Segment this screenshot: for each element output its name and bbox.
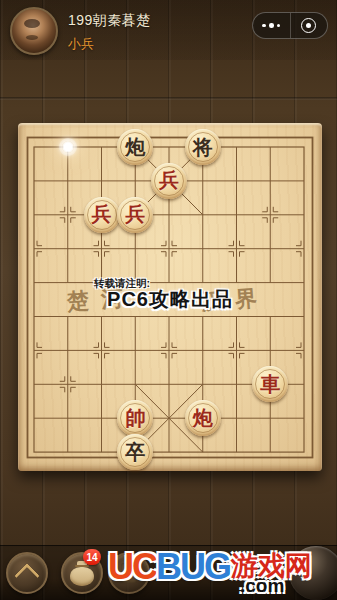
xiangqi-board[interactable]: 楚河 汉界 转载请注明: PC6攻略出品 炮将兵兵兵車帥炮卒 — [18, 123, 322, 471]
wood-seam — [0, 97, 337, 100]
hint-bag-icon — [70, 567, 94, 586]
exit-button[interactable] — [291, 13, 328, 38]
piece-red-兵[interactable]: 兵 — [117, 197, 153, 233]
wechat-capsule — [252, 12, 328, 39]
chevron-up-icon — [14, 563, 39, 588]
level-title: 199朝秦暮楚 — [68, 12, 151, 30]
game-screen: 199朝秦暮楚 小兵 楚河 汉界 转载请注明: PC6攻略出品 炮将兵兵兵車帥炮… — [0, 0, 337, 600]
piece-red-兵[interactable]: 兵 — [151, 163, 187, 199]
piece-red-炮[interactable]: 炮 — [185, 400, 221, 436]
capsule-target-icon — [301, 18, 316, 33]
more-dots-icon — [277, 24, 281, 28]
hint-count-badge: 14 — [83, 549, 101, 565]
last-move-marker — [62, 141, 74, 153]
expand-button[interactable] — [6, 552, 48, 594]
dark-sphere — [289, 546, 337, 600]
round-button-3[interactable] — [108, 552, 150, 594]
river-text-left: 楚河 — [66, 283, 136, 318]
more-dots-icon — [262, 24, 266, 28]
avatar[interactable] — [10, 7, 58, 55]
river-text-right: 汉界 — [200, 283, 270, 318]
piece-red-兵[interactable]: 兵 — [84, 197, 120, 233]
piece-black-炮[interactable]: 炮 — [117, 129, 153, 165]
bottom-bar: 14 — [0, 545, 337, 600]
obscured-icon — [121, 563, 137, 583]
more-button[interactable] — [253, 13, 291, 38]
piece-black-将[interactable]: 将 — [185, 129, 221, 165]
rank-label: 小兵 — [68, 35, 94, 53]
more-dots-icon — [269, 23, 274, 28]
top-bar: 199朝秦暮楚 小兵 — [0, 0, 337, 60]
